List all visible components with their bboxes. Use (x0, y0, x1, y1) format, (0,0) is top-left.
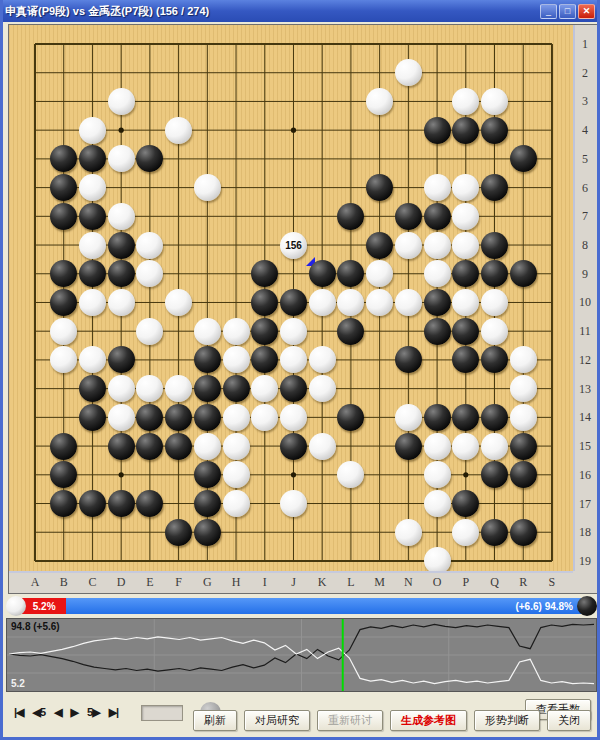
black-stone-B7 (50, 203, 77, 230)
column-coordinates: ABCDEFGHIJKLMNOPQRS (9, 571, 573, 593)
column-label-K: K (312, 575, 332, 590)
graph-current-value: 94.8 (+5.6) (11, 621, 60, 632)
white-stone-N18 (395, 519, 422, 546)
column-label-H: H (226, 575, 246, 590)
white-stone-H15 (223, 433, 250, 460)
white-stone-C10 (79, 289, 106, 316)
black-stone-B10 (50, 289, 77, 316)
black-stone-D15 (108, 433, 135, 460)
row-label-15: 15 (573, 439, 597, 454)
black-stone-K9 (309, 260, 336, 287)
nav-button-4[interactable]: 5▶ (87, 706, 100, 719)
column-label-E: E (140, 575, 160, 590)
white-stone-P18 (452, 519, 479, 546)
white-stone-O9 (424, 260, 451, 287)
white-stone-O6 (424, 174, 451, 201)
white-stone-Q10 (481, 289, 508, 316)
white-stone-D7 (108, 203, 135, 230)
white-stone-D3 (108, 88, 135, 115)
white-stone-N2 (395, 59, 422, 86)
coordinate-corner (573, 571, 597, 593)
white-stone-Q11 (481, 318, 508, 345)
star-point (291, 128, 296, 133)
title-bar: 申真谞(P9段) vs 金禹丞(P7段) (156 / 274) _ □ ✕ (0, 0, 600, 22)
row-label-3: 3 (573, 94, 597, 109)
row-label-18: 18 (573, 525, 597, 540)
row-label-1: 1 (573, 37, 597, 52)
action-button-2[interactable]: 重新研讨 (317, 710, 383, 731)
white-stone-C8 (79, 232, 106, 259)
black-stone-O4 (424, 117, 451, 144)
black-stone-R18 (510, 519, 537, 546)
white-stone-H12 (223, 346, 250, 373)
white-stone-D13 (108, 375, 135, 402)
black-stone-Q18 (481, 519, 508, 546)
column-label-R: R (513, 575, 533, 590)
white-stone-H16 (223, 461, 250, 488)
nav-button-5[interactable]: ▶| (109, 706, 119, 719)
white-stone-N8 (395, 232, 422, 259)
go-board[interactable]: 156 (9, 25, 573, 571)
winrate-graph[interactable]: 94.8 (+5.6) 5.2 (6, 618, 597, 692)
nav-button-2[interactable]: ◀ (54, 706, 61, 719)
white-stone-P7 (452, 203, 479, 230)
column-label-D: D (111, 575, 131, 590)
white-stone-G11 (194, 318, 221, 345)
window-title: 申真谞(P9段) vs 金禹丞(P7段) (156 / 274) (5, 4, 538, 19)
white-stone-Q15 (481, 433, 508, 460)
row-label-7: 7 (573, 209, 597, 224)
white-stone-F4 (165, 117, 192, 144)
black-stone-L11 (337, 318, 364, 345)
white-stone-R13 (510, 375, 537, 402)
black-stone-R16 (510, 461, 537, 488)
white-stone-K12 (309, 346, 336, 373)
black-stone-G18 (194, 519, 221, 546)
column-label-P: P (456, 575, 476, 590)
maximize-button[interactable]: □ (559, 4, 576, 19)
white-stone-N14 (395, 404, 422, 431)
white-stone-M10 (366, 289, 393, 316)
column-label-Q: Q (485, 575, 505, 590)
column-label-J: J (283, 575, 303, 590)
black-stone-R15 (510, 433, 537, 460)
black-stone-R9 (510, 260, 537, 287)
black-stone-F18 (165, 519, 192, 546)
black-stone-F15 (165, 433, 192, 460)
row-label-8: 8 (573, 238, 597, 253)
black-stone-F14 (165, 404, 192, 431)
row-label-17: 17 (573, 497, 597, 512)
white-stone-Q3 (481, 88, 508, 115)
white-stone-B11 (50, 318, 77, 345)
column-label-N: N (398, 575, 418, 590)
black-stone-G14 (194, 404, 221, 431)
white-stone-C4 (79, 117, 106, 144)
winrate-graph-plot (7, 619, 596, 691)
black-stone-D8 (108, 232, 135, 259)
white-stone-O17 (424, 490, 451, 517)
black-stone-O14 (424, 404, 451, 431)
white-stone-I14 (251, 404, 278, 431)
black-stone-O11 (424, 318, 451, 345)
black-stone-Q4 (481, 117, 508, 144)
white-stone-N10 (395, 289, 422, 316)
action-button-3[interactable]: 生成参考图 (390, 710, 467, 731)
white-stone-O15 (424, 433, 451, 460)
black-stone-D17 (108, 490, 135, 517)
white-stone-H11 (223, 318, 250, 345)
white-stone-G15 (194, 433, 221, 460)
row-label-13: 13 (573, 382, 597, 397)
nav-button-0[interactable]: |◀ (14, 706, 24, 719)
app-window: 申真谞(P9段) vs 金禹丞(P7段) (156 / 274) _ □ ✕ 1… (0, 0, 600, 740)
black-stone-H13 (223, 375, 250, 402)
column-label-B: B (54, 575, 74, 590)
row-label-9: 9 (573, 267, 597, 282)
black-stone-P4 (452, 117, 479, 144)
row-coordinates: 12345678910111213141516171819 (573, 25, 597, 571)
black-stone-E15 (136, 433, 163, 460)
white-stone-R14 (510, 404, 537, 431)
column-label-F: F (169, 575, 189, 590)
black-stone-J13 (280, 375, 307, 402)
white-stone-R12 (510, 346, 537, 373)
black-stone-C13 (79, 375, 106, 402)
column-label-M: M (370, 575, 390, 590)
white-stone-F10 (165, 289, 192, 316)
board-frame: 156 12345678910111213141516171819 ABCDEF… (8, 24, 598, 594)
white-stone-J11 (280, 318, 307, 345)
black-stone-D12 (108, 346, 135, 373)
column-label-L: L (341, 575, 361, 590)
black-winrate-label: (+6.6) 94.8% (66, 598, 581, 614)
row-label-16: 16 (573, 468, 597, 483)
black-stone-R5 (510, 145, 537, 172)
white-stone-D14 (108, 404, 135, 431)
black-stone-N7 (395, 203, 422, 230)
black-stone-P14 (452, 404, 479, 431)
action-buttons: 刷新对局研究重新研讨生成参考图形势判断关闭 (193, 710, 591, 731)
white-stone-J14 (280, 404, 307, 431)
white-stone-M3 (366, 88, 393, 115)
row-label-4: 4 (573, 123, 597, 138)
black-stone-N15 (395, 433, 422, 460)
white-stone-K10 (309, 289, 336, 316)
minimize-button[interactable]: _ (540, 4, 557, 19)
white-stone-O8 (424, 232, 451, 259)
action-button-4[interactable]: 形势判断 (474, 710, 540, 731)
row-label-2: 2 (573, 66, 597, 81)
black-stone-C7 (79, 203, 106, 230)
black-stone-G17 (194, 490, 221, 517)
black-stone-I11 (251, 318, 278, 345)
black-stone-O10 (424, 289, 451, 316)
row-label-11: 11 (573, 324, 597, 339)
move-number-input[interactable] (141, 705, 183, 721)
nav-button-1[interactable]: ◀5 (33, 706, 46, 719)
black-stone-O7 (424, 203, 451, 230)
white-stone-P8 (452, 232, 479, 259)
white-stone-J17 (280, 490, 307, 517)
graph-low-value: 5.2 (11, 678, 25, 689)
white-stone-K15 (309, 433, 336, 460)
white-stone-E8 (136, 232, 163, 259)
row-label-6: 6 (573, 181, 597, 196)
black-stone-D9 (108, 260, 135, 287)
control-bar: |◀◀5◀▶5▶▶|GO 查看手数 刷新对局研究重新研讨生成参考图形势判断关闭 (6, 696, 597, 734)
black-stone-B15 (50, 433, 77, 460)
white-stone-K13 (309, 375, 336, 402)
column-label-A: A (25, 575, 45, 590)
move-navigation: |◀◀5◀▶5▶▶|GO (14, 702, 221, 723)
black-stone-C14 (79, 404, 106, 431)
black-stone-G13 (194, 375, 221, 402)
row-label-5: 5 (573, 152, 597, 167)
white-stone-P15 (452, 433, 479, 460)
star-point (119, 128, 124, 133)
black-stone-Q14 (481, 404, 508, 431)
star-point (291, 472, 296, 477)
white-stone-O16 (424, 461, 451, 488)
white-stone-J8: 156 (280, 232, 307, 259)
black-stone-Q6 (481, 174, 508, 201)
row-label-19: 19 (573, 554, 597, 569)
row-label-14: 14 (573, 410, 597, 425)
column-label-S: S (542, 575, 562, 590)
action-button-1[interactable]: 对局研究 (244, 710, 310, 731)
last-move-number: 156 (280, 232, 307, 259)
black-stone-C9 (79, 260, 106, 287)
white-winrate-label: 5.2% (22, 598, 66, 614)
column-label-C: C (82, 575, 102, 590)
black-stone-M8 (366, 232, 393, 259)
action-button-5[interactable]: 关闭 (547, 710, 591, 731)
action-button-0[interactable]: 刷新 (193, 710, 237, 731)
white-stone-D10 (108, 289, 135, 316)
white-stone-H14 (223, 404, 250, 431)
black-stone-P11 (452, 318, 479, 345)
black-stone-icon (577, 596, 597, 616)
black-stone-Q8 (481, 232, 508, 259)
nav-button-3[interactable]: ▶ (71, 706, 78, 719)
white-stone-E11 (136, 318, 163, 345)
row-label-12: 12 (573, 353, 597, 368)
white-stone-G6 (194, 174, 221, 201)
star-point (463, 472, 468, 477)
column-label-I: I (255, 575, 275, 590)
white-stone-icon (6, 596, 26, 616)
white-stone-H17 (223, 490, 250, 517)
column-label-G: G (197, 575, 217, 590)
black-stone-G16 (194, 461, 221, 488)
black-stone-J10 (280, 289, 307, 316)
winrate-bar: 5.2% (+6.6) 94.8% (6, 598, 597, 614)
white-stone-D5 (108, 145, 135, 172)
row-label-10: 10 (573, 295, 597, 310)
black-stone-J15 (280, 433, 307, 460)
black-stone-C17 (79, 490, 106, 517)
white-stone-C6 (79, 174, 106, 201)
column-label-O: O (427, 575, 447, 590)
star-point (119, 472, 124, 477)
close-button[interactable]: ✕ (578, 4, 595, 19)
